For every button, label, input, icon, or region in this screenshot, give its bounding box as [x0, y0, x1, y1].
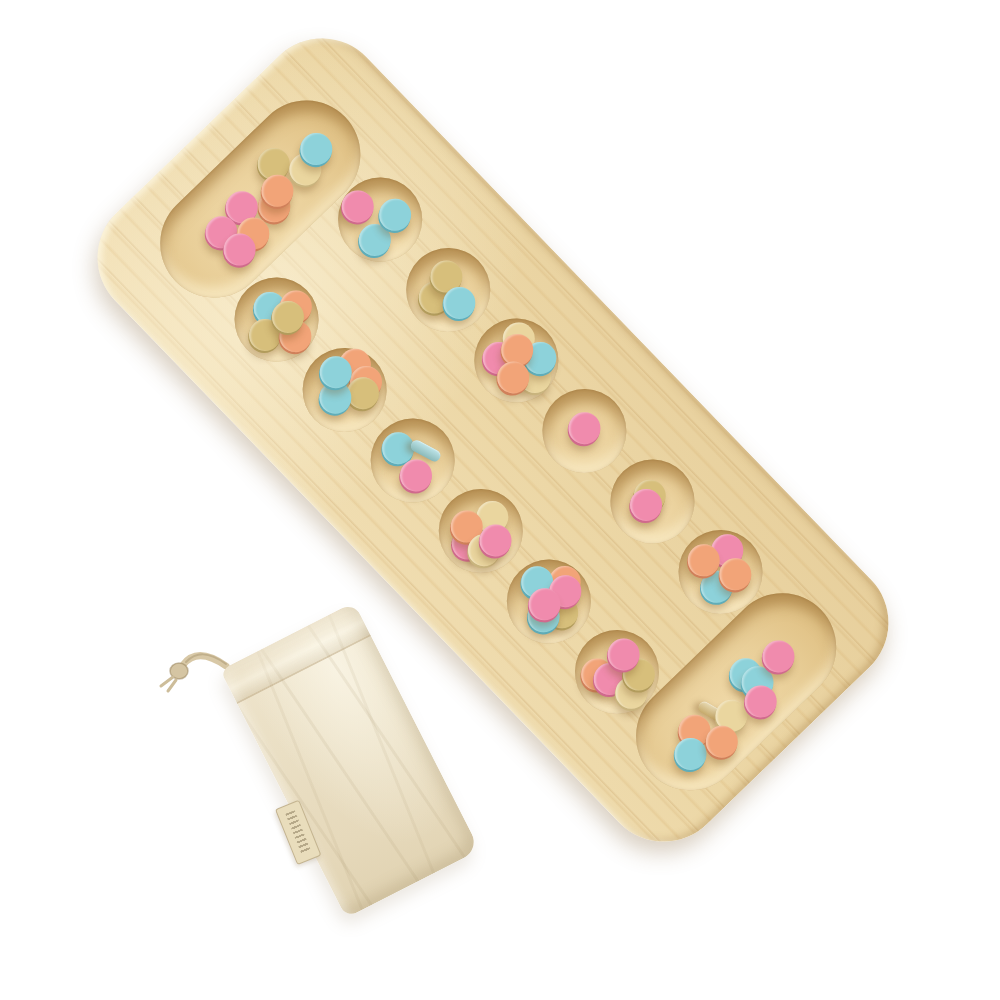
product-photo-scene: Overhead product photo: pine mancala boa… [0, 0, 1000, 1000]
bag-fabric-tag [275, 800, 322, 865]
tag-illegible-text [285, 810, 311, 855]
disc-pink [562, 406, 607, 451]
bag-drawstring-casing [220, 602, 371, 704]
cloth-drawstring-bag [220, 602, 480, 918]
mancala-board [72, 13, 914, 868]
